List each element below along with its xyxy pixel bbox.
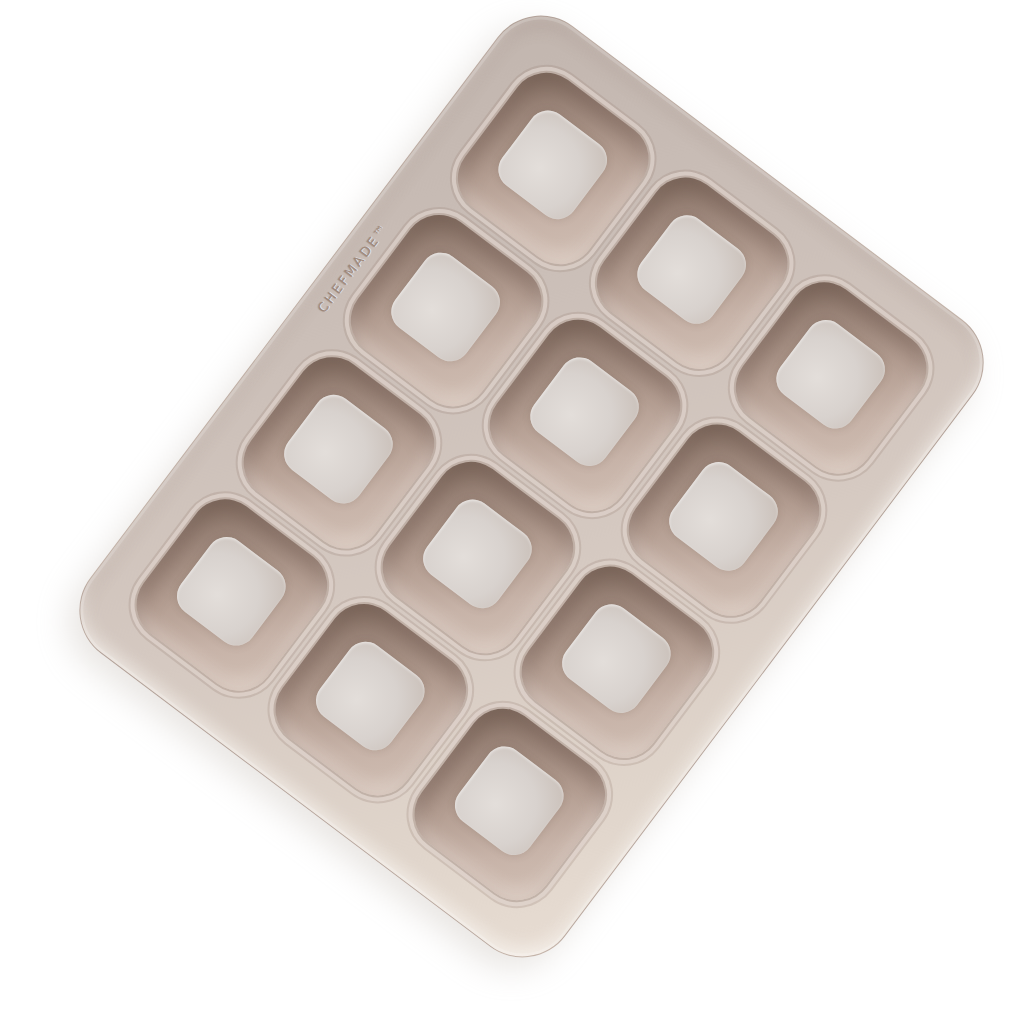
cavity-bottom	[308, 634, 432, 758]
cavity-bottom	[384, 245, 508, 369]
cavity-bottom	[447, 739, 571, 863]
cavity-bottom	[276, 387, 400, 511]
cavity-bottom	[661, 454, 785, 578]
cavity-bottom	[522, 350, 646, 474]
baking-pan: CHEFMADE™	[58, 0, 1006, 979]
cavity-bottom	[491, 103, 615, 227]
cavity-bottom	[630, 207, 754, 331]
cavity-bottom	[415, 492, 539, 616]
cavity-bottom	[554, 596, 678, 720]
cavity-bottom	[169, 529, 293, 653]
photo-background: CHEFMADE™	[0, 0, 1024, 1024]
cavity-bottom	[769, 312, 893, 436]
